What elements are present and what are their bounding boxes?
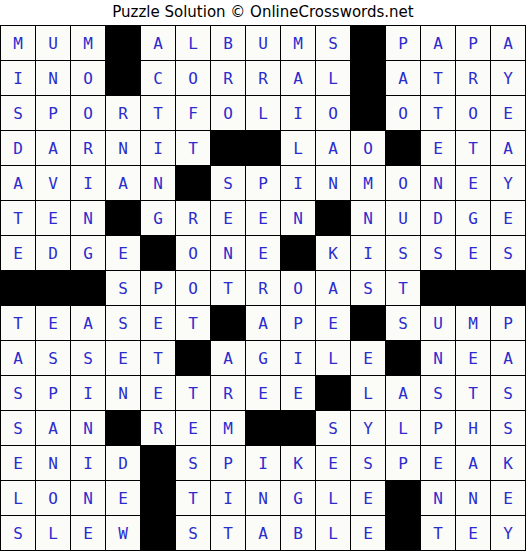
- crossword-grid: MUMALBUMSPAPAINOCORRALATRYSPORTFOLIOOTOE…: [0, 25, 526, 551]
- letter-cell: U: [421, 306, 456, 341]
- letter-cell: O: [176, 271, 211, 306]
- block-cell: [106, 411, 141, 446]
- letter-cell: M: [1, 26, 36, 61]
- letter-cell: G: [281, 481, 316, 516]
- letter-cell: P: [456, 26, 491, 61]
- letter-cell: I: [281, 341, 316, 376]
- letter-cell: T: [421, 516, 456, 551]
- letter-cell: E: [316, 446, 351, 481]
- letter-cell: S: [351, 271, 386, 306]
- letter-cell: L: [386, 411, 421, 446]
- letter-cell: T: [176, 481, 211, 516]
- letter-cell: N: [421, 341, 456, 376]
- letter-cell: G: [141, 201, 176, 236]
- block-cell: [1, 271, 36, 306]
- letter-cell: O: [351, 131, 386, 166]
- letter-cell: A: [386, 376, 421, 411]
- block-cell: [246, 131, 281, 166]
- block-cell: [386, 481, 421, 516]
- letter-cell: A: [491, 341, 526, 376]
- letter-cell: I: [1, 61, 36, 96]
- letter-cell: T: [176, 131, 211, 166]
- block-cell: [71, 271, 106, 306]
- letter-cell: C: [141, 61, 176, 96]
- letter-cell: I: [141, 131, 176, 166]
- letter-cell: S: [316, 26, 351, 61]
- letter-cell: A: [316, 271, 351, 306]
- block-cell: [211, 306, 246, 341]
- letter-cell: S: [316, 411, 351, 446]
- letter-cell: D: [421, 201, 456, 236]
- block-cell: [316, 201, 351, 236]
- letter-cell: S: [491, 236, 526, 271]
- letter-cell: A: [491, 26, 526, 61]
- letter-cell: T: [456, 376, 491, 411]
- letter-cell: B: [211, 26, 246, 61]
- letter-cell: S: [421, 236, 456, 271]
- letter-cell: M: [456, 306, 491, 341]
- letter-cell: N: [421, 481, 456, 516]
- letter-cell: E: [491, 201, 526, 236]
- letter-cell: E: [246, 201, 281, 236]
- letter-cell: W: [106, 516, 141, 551]
- letter-cell: S: [176, 446, 211, 481]
- letter-cell: E: [176, 411, 211, 446]
- letter-cell: N: [141, 166, 176, 201]
- letter-cell: I: [281, 96, 316, 131]
- letter-cell: E: [141, 376, 176, 411]
- letter-cell: A: [141, 26, 176, 61]
- block-cell: [491, 271, 526, 306]
- letter-cell: N: [456, 481, 491, 516]
- letter-cell: O: [71, 96, 106, 131]
- letter-cell: E: [456, 341, 491, 376]
- letter-cell: E: [281, 376, 316, 411]
- letter-cell: E: [491, 96, 526, 131]
- letter-cell: E: [106, 341, 141, 376]
- letter-cell: N: [36, 446, 71, 481]
- letter-cell: T: [176, 306, 211, 341]
- letter-cell: L: [316, 61, 351, 96]
- letter-cell: A: [281, 61, 316, 96]
- page: Puzzle Solution © OnlineCrosswords.net M…: [0, 0, 526, 551]
- letter-cell: P: [141, 271, 176, 306]
- letter-cell: F: [176, 96, 211, 131]
- letter-cell: G: [246, 341, 281, 376]
- block-cell: [106, 26, 141, 61]
- letter-cell: A: [246, 516, 281, 551]
- block-cell: [141, 481, 176, 516]
- letter-cell: O: [176, 236, 211, 271]
- letter-cell: T: [211, 271, 246, 306]
- letter-cell: T: [176, 376, 211, 411]
- letter-cell: R: [106, 96, 141, 131]
- letter-cell: O: [36, 481, 71, 516]
- letter-cell: Y: [491, 166, 526, 201]
- letter-cell: R: [211, 61, 246, 96]
- letter-cell: S: [176, 516, 211, 551]
- letter-cell: G: [456, 201, 491, 236]
- letter-cell: L: [1, 481, 36, 516]
- letter-cell: A: [106, 166, 141, 201]
- letter-cell: E: [141, 306, 176, 341]
- letter-cell: L: [176, 26, 211, 61]
- letter-cell: I: [71, 376, 106, 411]
- block-cell: [386, 131, 421, 166]
- letter-cell: E: [1, 446, 36, 481]
- letter-cell: S: [1, 376, 36, 411]
- letter-cell: S: [1, 96, 36, 131]
- letter-cell: M: [71, 26, 106, 61]
- letter-cell: Y: [351, 411, 386, 446]
- letter-cell: T: [1, 306, 36, 341]
- letter-cell: O: [281, 271, 316, 306]
- block-cell: [141, 516, 176, 551]
- letter-cell: N: [106, 131, 141, 166]
- letter-cell: N: [71, 411, 106, 446]
- letter-cell: E: [421, 131, 456, 166]
- letter-cell: E: [456, 516, 491, 551]
- letter-cell: E: [36, 306, 71, 341]
- letter-cell: D: [1, 131, 36, 166]
- letter-cell: A: [211, 341, 246, 376]
- letter-cell: A: [491, 131, 526, 166]
- letter-cell: T: [386, 271, 421, 306]
- block-cell: [316, 376, 351, 411]
- letter-cell: N: [246, 481, 281, 516]
- letter-cell: S: [386, 306, 421, 341]
- letter-cell: D: [36, 236, 71, 271]
- block-cell: [106, 201, 141, 236]
- letter-cell: A: [36, 131, 71, 166]
- letter-cell: N: [211, 236, 246, 271]
- letter-cell: I: [281, 166, 316, 201]
- letter-cell: O: [386, 96, 421, 131]
- letter-cell: S: [36, 341, 71, 376]
- letter-cell: K: [491, 446, 526, 481]
- letter-cell: N: [316, 166, 351, 201]
- letter-cell: S: [211, 166, 246, 201]
- letter-cell: T: [211, 516, 246, 551]
- block-cell: [141, 446, 176, 481]
- block-cell: [351, 26, 386, 61]
- letter-cell: U: [36, 26, 71, 61]
- block-cell: [421, 271, 456, 306]
- letter-cell: A: [71, 306, 106, 341]
- letter-cell: U: [246, 26, 281, 61]
- letter-cell: P: [246, 166, 281, 201]
- letter-cell: O: [71, 61, 106, 96]
- block-cell: [386, 516, 421, 551]
- letter-cell: M: [211, 411, 246, 446]
- letter-cell: A: [36, 411, 71, 446]
- page-title: Puzzle Solution © OnlineCrosswords.net: [0, 0, 526, 25]
- letter-cell: P: [211, 446, 246, 481]
- letter-cell: V: [36, 166, 71, 201]
- letter-cell: P: [386, 26, 421, 61]
- letter-cell: S: [71, 341, 106, 376]
- letter-cell: T: [141, 341, 176, 376]
- letter-cell: Y: [491, 61, 526, 96]
- letter-cell: A: [246, 306, 281, 341]
- letter-cell: E: [211, 201, 246, 236]
- letter-cell: I: [351, 236, 386, 271]
- letter-cell: E: [351, 481, 386, 516]
- block-cell: [176, 341, 211, 376]
- letter-cell: R: [176, 201, 211, 236]
- letter-cell: S: [1, 516, 36, 551]
- letter-cell: E: [351, 516, 386, 551]
- letter-cell: M: [281, 26, 316, 61]
- letter-cell: T: [456, 131, 491, 166]
- block-cell: [176, 166, 211, 201]
- letter-cell: E: [106, 236, 141, 271]
- letter-cell: T: [421, 61, 456, 96]
- letter-cell: S: [106, 306, 141, 341]
- letter-cell: L: [316, 341, 351, 376]
- letter-cell: S: [491, 411, 526, 446]
- block-cell: [106, 61, 141, 96]
- letter-cell: A: [386, 61, 421, 96]
- block-cell: [36, 271, 71, 306]
- letter-cell: T: [141, 96, 176, 131]
- letter-cell: O: [176, 61, 211, 96]
- block-cell: [351, 61, 386, 96]
- letter-cell: S: [491, 376, 526, 411]
- block-cell: [281, 236, 316, 271]
- letter-cell: K: [281, 446, 316, 481]
- letter-cell: P: [36, 376, 71, 411]
- letter-cell: S: [351, 446, 386, 481]
- block-cell: [141, 236, 176, 271]
- letter-cell: O: [456, 96, 491, 131]
- block-cell: [351, 96, 386, 131]
- letter-cell: E: [246, 236, 281, 271]
- letter-cell: E: [71, 516, 106, 551]
- letter-cell: U: [386, 201, 421, 236]
- letter-cell: N: [106, 376, 141, 411]
- letter-cell: L: [351, 376, 386, 411]
- letter-cell: R: [456, 61, 491, 96]
- letter-cell: P: [386, 446, 421, 481]
- letter-cell: K: [316, 236, 351, 271]
- letter-cell: D: [106, 446, 141, 481]
- letter-cell: H: [456, 411, 491, 446]
- letter-cell: E: [316, 306, 351, 341]
- letter-cell: N: [71, 201, 106, 236]
- letter-cell: P: [491, 306, 526, 341]
- letter-cell: O: [386, 166, 421, 201]
- letter-cell: E: [456, 166, 491, 201]
- letter-cell: A: [456, 446, 491, 481]
- block-cell: [211, 131, 246, 166]
- letter-cell: S: [386, 236, 421, 271]
- letter-cell: I: [71, 166, 106, 201]
- letter-cell: O: [211, 96, 246, 131]
- letter-cell: E: [1, 236, 36, 271]
- letter-cell: L: [36, 516, 71, 551]
- letter-cell: R: [246, 271, 281, 306]
- letter-cell: L: [316, 481, 351, 516]
- letter-cell: N: [281, 201, 316, 236]
- letter-cell: O: [316, 96, 351, 131]
- letter-cell: E: [351, 341, 386, 376]
- letter-cell: E: [246, 376, 281, 411]
- letter-cell: A: [421, 26, 456, 61]
- letter-cell: R: [246, 61, 281, 96]
- letter-cell: Y: [491, 516, 526, 551]
- block-cell: [281, 411, 316, 446]
- letter-cell: T: [421, 96, 456, 131]
- letter-cell: L: [246, 96, 281, 131]
- letter-cell: P: [281, 306, 316, 341]
- letter-cell: S: [1, 411, 36, 446]
- letter-cell: G: [71, 236, 106, 271]
- letter-cell: N: [351, 201, 386, 236]
- letter-cell: P: [36, 96, 71, 131]
- letter-cell: E: [491, 481, 526, 516]
- letter-cell: N: [71, 481, 106, 516]
- letter-cell: I: [246, 446, 281, 481]
- letter-cell: M: [351, 166, 386, 201]
- letter-cell: E: [106, 481, 141, 516]
- letter-cell: R: [71, 131, 106, 166]
- letter-cell: L: [316, 516, 351, 551]
- letter-cell: S: [421, 376, 456, 411]
- letter-cell: A: [1, 341, 36, 376]
- letter-cell: A: [316, 131, 351, 166]
- letter-cell: S: [106, 271, 141, 306]
- letter-cell: T: [1, 201, 36, 236]
- block-cell: [456, 271, 491, 306]
- block-cell: [386, 341, 421, 376]
- letter-cell: P: [421, 411, 456, 446]
- block-cell: [246, 411, 281, 446]
- letter-cell: N: [36, 61, 71, 96]
- letter-cell: E: [36, 201, 71, 236]
- block-cell: [351, 306, 386, 341]
- letter-cell: B: [281, 516, 316, 551]
- letter-cell: A: [1, 166, 36, 201]
- letter-cell: R: [141, 411, 176, 446]
- letter-cell: E: [456, 236, 491, 271]
- letter-cell: N: [421, 166, 456, 201]
- letter-cell: I: [71, 446, 106, 481]
- letter-cell: R: [211, 376, 246, 411]
- letter-cell: E: [421, 446, 456, 481]
- letter-cell: L: [281, 131, 316, 166]
- letter-cell: I: [211, 481, 246, 516]
